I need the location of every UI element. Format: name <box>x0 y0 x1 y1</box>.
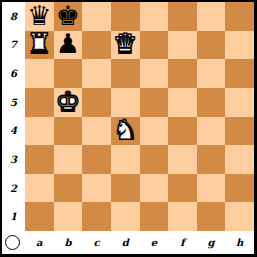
square-h3[interactable] <box>225 145 254 174</box>
piece-black-pawn[interactable]: ♟ <box>56 31 80 58</box>
square-f3[interactable] <box>168 145 197 174</box>
rank-label-3: 3 <box>2 145 25 174</box>
rank-label-4: 4 <box>2 117 25 146</box>
chess-diagram: 87654321 ♛♚♜♟♛♚♞ abcdefgh <box>0 0 257 257</box>
square-a1[interactable] <box>25 202 54 231</box>
square-g2[interactable] <box>197 174 226 203</box>
square-b8[interactable]: ♚ <box>54 2 83 31</box>
square-g1[interactable] <box>197 202 226 231</box>
square-c4[interactable] <box>82 117 111 146</box>
square-d4[interactable]: ♞ <box>111 117 140 146</box>
square-g5[interactable] <box>197 88 226 117</box>
rank-label-2: 2 <box>2 174 25 203</box>
square-g6[interactable] <box>197 59 226 88</box>
square-d1[interactable] <box>111 202 140 231</box>
rank-label-7: 7 <box>2 31 25 60</box>
square-d5[interactable] <box>111 88 140 117</box>
square-h4[interactable] <box>225 117 254 146</box>
square-f7[interactable] <box>168 31 197 60</box>
square-a7[interactable]: ♜ <box>25 31 54 60</box>
chess-board: ♛♚♜♟♛♚♞ <box>25 2 254 231</box>
piece-white-queen[interactable]: ♛ <box>113 31 137 58</box>
square-a6[interactable] <box>25 59 54 88</box>
square-f8[interactable] <box>168 2 197 31</box>
square-a4[interactable] <box>25 117 54 146</box>
file-label-g: g <box>197 231 226 254</box>
square-e5[interactable] <box>140 88 169 117</box>
square-e7[interactable] <box>140 31 169 60</box>
square-b7[interactable]: ♟ <box>54 31 83 60</box>
square-e8[interactable] <box>140 2 169 31</box>
square-h6[interactable] <box>225 59 254 88</box>
rank-label-6: 6 <box>2 59 25 88</box>
square-c3[interactable] <box>82 145 111 174</box>
square-h7[interactable] <box>225 31 254 60</box>
rank-label-8: 8 <box>2 2 25 31</box>
file-label-d: d <box>111 231 140 254</box>
file-label-f: f <box>168 231 197 254</box>
square-g3[interactable] <box>197 145 226 174</box>
square-e2[interactable] <box>140 174 169 203</box>
square-b1[interactable] <box>54 202 83 231</box>
rank-label-1: 1 <box>2 202 25 231</box>
square-c8[interactable] <box>82 2 111 31</box>
square-c6[interactable] <box>82 59 111 88</box>
square-f6[interactable] <box>168 59 197 88</box>
square-e1[interactable] <box>140 202 169 231</box>
square-d3[interactable] <box>111 145 140 174</box>
square-f5[interactable] <box>168 88 197 117</box>
square-b6[interactable] <box>54 59 83 88</box>
square-g7[interactable] <box>197 31 226 60</box>
square-b2[interactable] <box>54 174 83 203</box>
square-c2[interactable] <box>82 174 111 203</box>
square-a3[interactable] <box>25 145 54 174</box>
file-label-c: c <box>82 231 111 254</box>
file-label-a: a <box>25 231 54 254</box>
square-c7[interactable] <box>82 31 111 60</box>
square-a5[interactable] <box>25 88 54 117</box>
file-labels: abcdefgh <box>25 231 254 254</box>
square-d7[interactable]: ♛ <box>111 31 140 60</box>
white-to-move-indicator <box>5 235 20 250</box>
square-h8[interactable] <box>225 2 254 31</box>
square-d8[interactable] <box>111 2 140 31</box>
square-d2[interactable] <box>111 174 140 203</box>
square-c5[interactable] <box>82 88 111 117</box>
square-g4[interactable] <box>197 117 226 146</box>
square-a2[interactable] <box>25 174 54 203</box>
square-e4[interactable] <box>140 117 169 146</box>
piece-white-rook[interactable]: ♜ <box>27 31 51 58</box>
square-h1[interactable] <box>225 202 254 231</box>
move-indicator-corner <box>2 231 25 254</box>
square-b4[interactable] <box>54 117 83 146</box>
file-label-e: e <box>140 231 169 254</box>
square-h2[interactable] <box>225 174 254 203</box>
square-f1[interactable] <box>168 202 197 231</box>
file-label-h: h <box>225 231 254 254</box>
piece-white-knight[interactable]: ♞ <box>113 117 137 144</box>
piece-black-king[interactable]: ♚ <box>56 2 80 29</box>
square-b3[interactable] <box>54 145 83 174</box>
square-h5[interactable] <box>225 88 254 117</box>
file-label-b: b <box>54 231 83 254</box>
square-a8[interactable]: ♛ <box>25 2 54 31</box>
square-e3[interactable] <box>140 145 169 174</box>
square-b5[interactable]: ♚ <box>54 88 83 117</box>
piece-white-king[interactable]: ♚ <box>56 88 80 115</box>
square-e6[interactable] <box>140 59 169 88</box>
square-c1[interactable] <box>82 202 111 231</box>
rank-label-5: 5 <box>2 88 25 117</box>
rank-labels: 87654321 <box>2 2 25 231</box>
square-f2[interactable] <box>168 174 197 203</box>
square-d6[interactable] <box>111 59 140 88</box>
square-g8[interactable] <box>197 2 226 31</box>
square-f4[interactable] <box>168 117 197 146</box>
piece-black-queen[interactable]: ♛ <box>27 2 51 29</box>
